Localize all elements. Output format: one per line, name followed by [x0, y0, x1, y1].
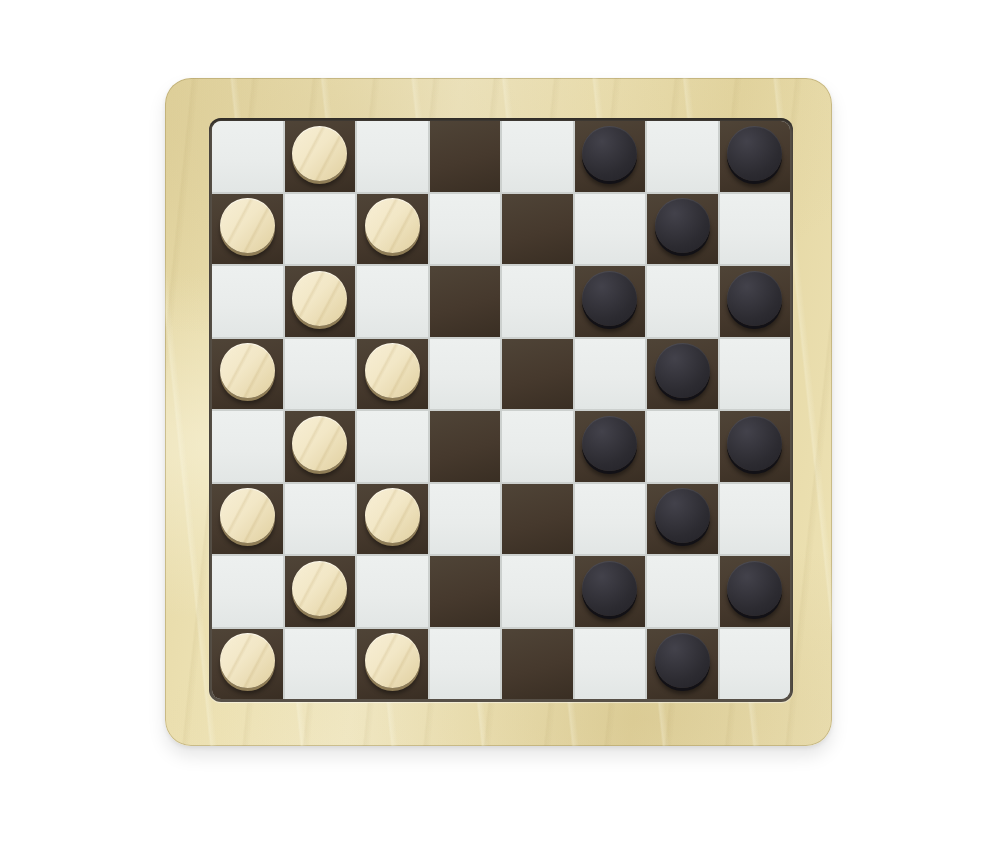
dark-square-r5c4[interactable] — [430, 411, 501, 482]
light-square-r3c3 — [357, 266, 428, 337]
light-square-r4c2 — [285, 339, 356, 410]
light-square-r1c5 — [502, 121, 573, 192]
light-square-r1c7 — [647, 121, 718, 192]
light-square-r1c1 — [212, 121, 283, 192]
page-background — [0, 0, 1000, 847]
black-checker-piece[interactable] — [655, 488, 710, 543]
light-square-r6c2 — [285, 484, 356, 555]
dark-square-r2c1[interactable] — [212, 194, 283, 265]
dark-square-r6c1[interactable] — [212, 484, 283, 555]
light-square-r5c1 — [212, 411, 283, 482]
light-checker-piece[interactable] — [365, 343, 420, 398]
light-checker-piece[interactable] — [365, 633, 420, 688]
dark-square-r3c2[interactable] — [285, 266, 356, 337]
dark-square-r6c7[interactable] — [647, 484, 718, 555]
dark-square-r7c2[interactable] — [285, 556, 356, 627]
black-checker-piece[interactable] — [655, 343, 710, 398]
light-checker-piece[interactable] — [220, 633, 275, 688]
black-checker-piece[interactable] — [655, 633, 710, 688]
black-checker-piece[interactable] — [727, 561, 782, 616]
board-recess — [209, 118, 793, 702]
dark-square-r1c8[interactable] — [720, 121, 791, 192]
black-checker-piece[interactable] — [582, 416, 637, 471]
light-square-r5c5 — [502, 411, 573, 482]
light-checker-piece[interactable] — [220, 198, 275, 253]
dark-square-r2c3[interactable] — [357, 194, 428, 265]
light-checker-piece[interactable] — [292, 126, 347, 181]
light-checker-piece[interactable] — [292, 416, 347, 471]
light-square-r2c8 — [720, 194, 791, 265]
light-checker-piece[interactable] — [365, 198, 420, 253]
black-checker-piece[interactable] — [655, 198, 710, 253]
dark-square-r3c8[interactable] — [720, 266, 791, 337]
light-square-r7c7 — [647, 556, 718, 627]
dark-square-r8c1[interactable] — [212, 629, 283, 700]
dark-square-r8c3[interactable] — [357, 629, 428, 700]
dark-square-r1c2[interactable] — [285, 121, 356, 192]
dark-square-r5c2[interactable] — [285, 411, 356, 482]
light-square-r4c4 — [430, 339, 501, 410]
checkers-board — [212, 121, 790, 699]
light-square-r1c3 — [357, 121, 428, 192]
dark-square-r4c7[interactable] — [647, 339, 718, 410]
black-checker-piece[interactable] — [582, 561, 637, 616]
light-square-r2c4 — [430, 194, 501, 265]
black-checker-piece[interactable] — [582, 271, 637, 326]
light-square-r8c8 — [720, 629, 791, 700]
dark-square-r4c5[interactable] — [502, 339, 573, 410]
light-square-r6c8 — [720, 484, 791, 555]
dark-square-r5c6[interactable] — [575, 411, 646, 482]
light-checker-piece[interactable] — [220, 343, 275, 398]
light-square-r6c4 — [430, 484, 501, 555]
dark-square-r7c4[interactable] — [430, 556, 501, 627]
dark-square-r1c6[interactable] — [575, 121, 646, 192]
light-square-r8c2 — [285, 629, 356, 700]
light-checker-piece[interactable] — [292, 271, 347, 326]
light-square-r5c7 — [647, 411, 718, 482]
dark-square-r7c8[interactable] — [720, 556, 791, 627]
light-checker-piece[interactable] — [365, 488, 420, 543]
light-square-r8c4 — [430, 629, 501, 700]
dark-square-r6c5[interactable] — [502, 484, 573, 555]
light-square-r2c2 — [285, 194, 356, 265]
light-square-r7c1 — [212, 556, 283, 627]
black-checker-piece[interactable] — [582, 126, 637, 181]
dark-square-r7c6[interactable] — [575, 556, 646, 627]
light-square-r3c7 — [647, 266, 718, 337]
dark-square-r3c4[interactable] — [430, 266, 501, 337]
light-square-r4c8 — [720, 339, 791, 410]
dark-square-r4c1[interactable] — [212, 339, 283, 410]
dark-square-r2c5[interactable] — [502, 194, 573, 265]
light-square-r6c6 — [575, 484, 646, 555]
black-checker-piece[interactable] — [727, 416, 782, 471]
dark-square-r3c6[interactable] — [575, 266, 646, 337]
black-checker-piece[interactable] — [727, 271, 782, 326]
light-square-r2c6 — [575, 194, 646, 265]
dark-square-r2c7[interactable] — [647, 194, 718, 265]
light-square-r3c5 — [502, 266, 573, 337]
dark-square-r4c3[interactable] — [357, 339, 428, 410]
dark-square-r8c7[interactable] — [647, 629, 718, 700]
light-square-r4c6 — [575, 339, 646, 410]
dark-square-r5c8[interactable] — [720, 411, 791, 482]
light-square-r8c6 — [575, 629, 646, 700]
black-checker-piece[interactable] — [727, 126, 782, 181]
dark-square-r1c4[interactable] — [430, 121, 501, 192]
dark-square-r6c3[interactable] — [357, 484, 428, 555]
board-frame — [165, 78, 832, 746]
light-square-r7c5 — [502, 556, 573, 627]
light-checker-piece[interactable] — [220, 488, 275, 543]
light-checker-piece[interactable] — [292, 561, 347, 616]
light-square-r3c1 — [212, 266, 283, 337]
light-square-r5c3 — [357, 411, 428, 482]
light-square-r7c3 — [357, 556, 428, 627]
dark-square-r8c5[interactable] — [502, 629, 573, 700]
